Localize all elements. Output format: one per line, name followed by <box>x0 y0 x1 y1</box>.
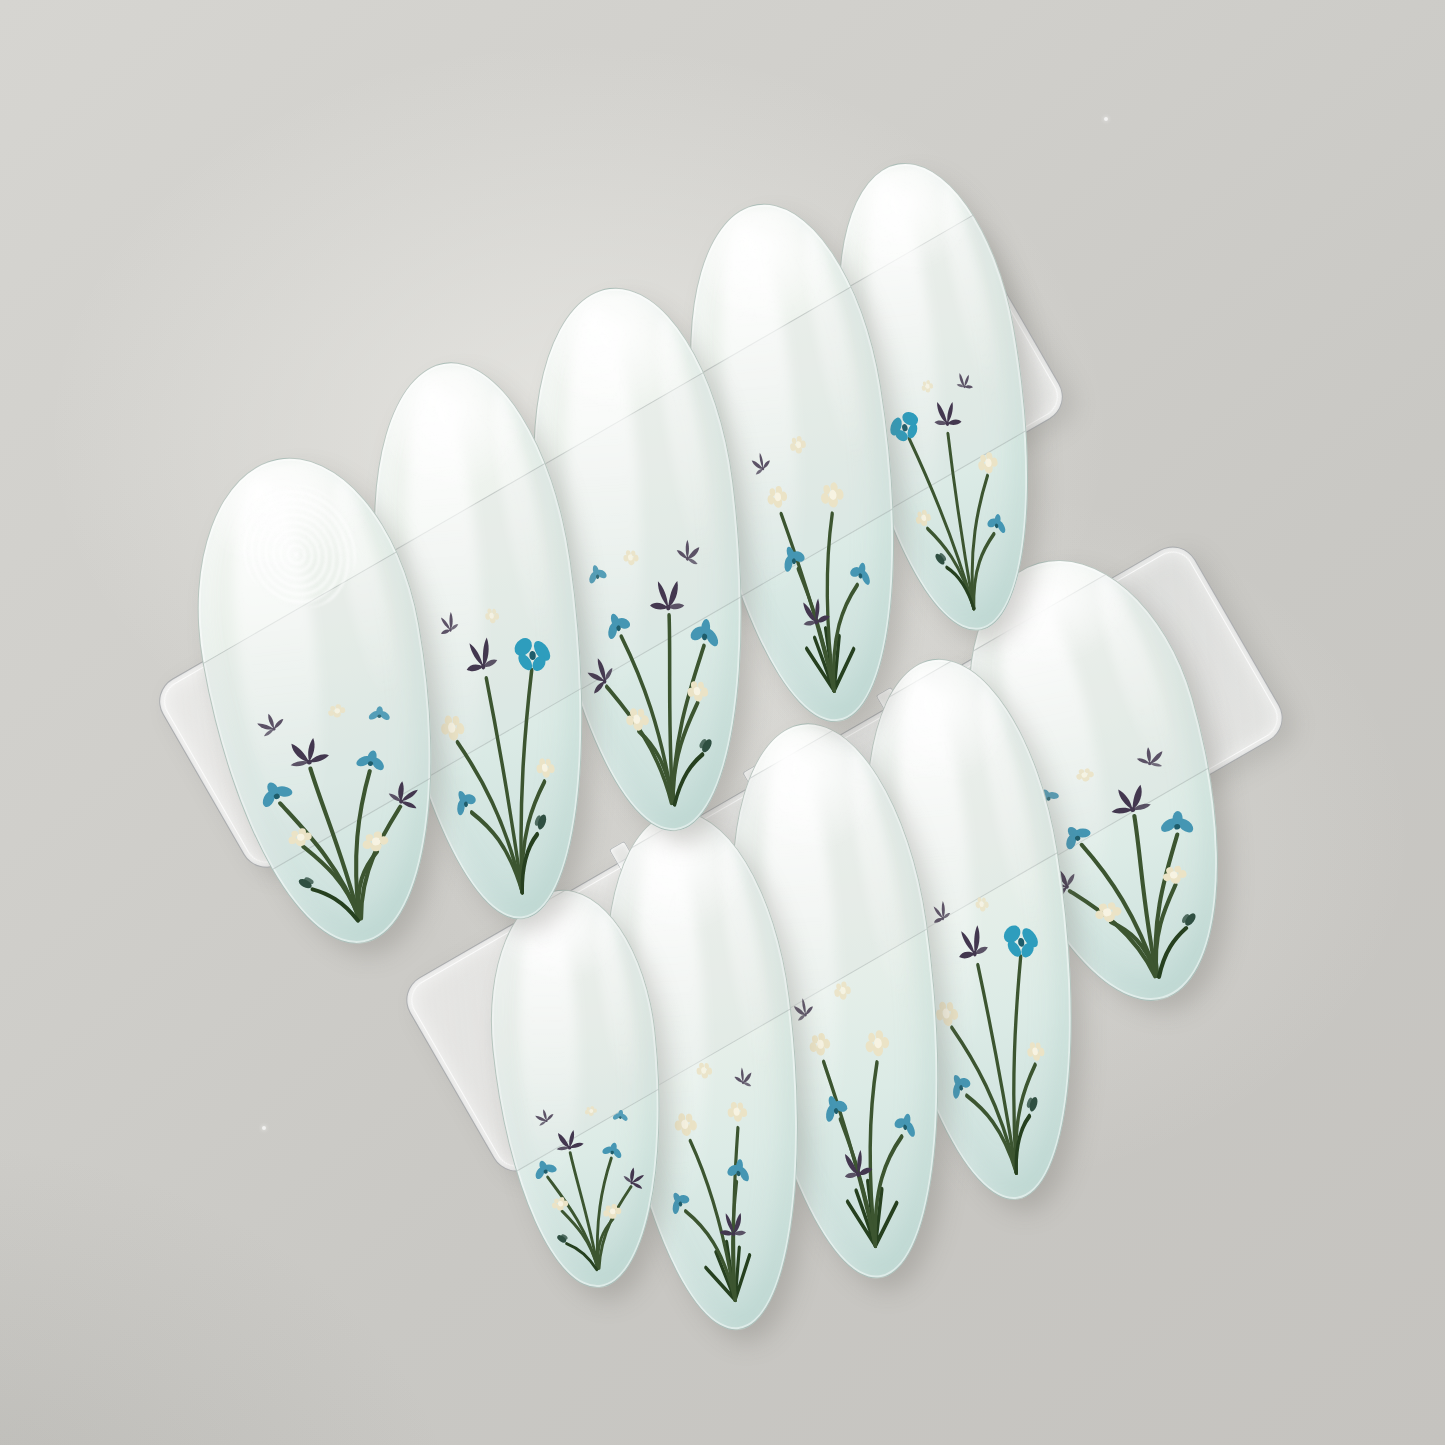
photo-background <box>0 0 1445 1445</box>
cuticle-dome-highlight <box>193 449 383 585</box>
cuticle-dome-highlight <box>832 157 984 283</box>
pressed-flower-sprig <box>506 1064 669 1285</box>
cuticle-dome-highlight <box>684 199 849 336</box>
pressed-flower-sprig <box>213 642 462 948</box>
cuticle-dome-highlight <box>370 359 539 502</box>
dust-speck <box>262 1126 266 1130</box>
cuticle-dome-highlight <box>533 284 703 422</box>
dust-speck <box>1104 117 1108 121</box>
swirl-reflection <box>218 463 378 629</box>
